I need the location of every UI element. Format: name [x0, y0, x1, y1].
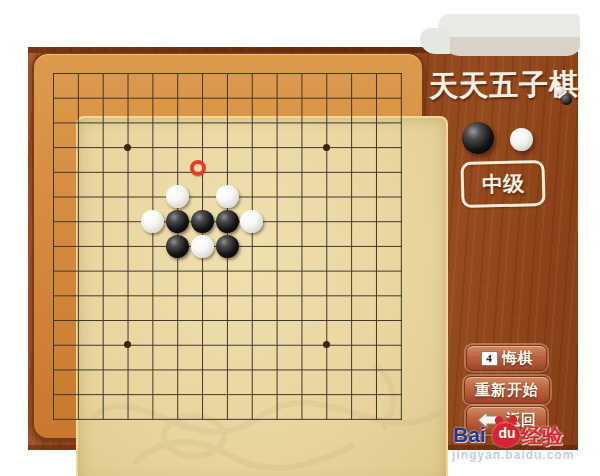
black-stone: [191, 210, 214, 233]
app-window: 天天五子棋 中级 4 悔棋 重新开始 返回 Bai du 经验 jingyan.…: [0, 0, 600, 476]
level-button[interactable]: 中级: [460, 160, 545, 208]
star-point: [323, 144, 330, 151]
black-turn-stone-icon: [462, 122, 494, 154]
white-turn-stone-icon: [510, 128, 533, 151]
highlight-ring: [190, 160, 206, 176]
star-point: [124, 144, 131, 151]
black-stone: [166, 210, 189, 233]
white-stone: [141, 210, 164, 233]
back-label: 返回: [506, 411, 536, 430]
restart-label: 重新开始: [475, 381, 539, 400]
white-stone: [166, 185, 189, 208]
star-point: [323, 341, 330, 348]
back-arrow-icon: [477, 411, 501, 429]
watermark-url: jingyan.baidu.com: [452, 448, 574, 462]
back-button[interactable]: 返回: [466, 406, 547, 434]
undo-count: 4: [481, 351, 498, 366]
star-point: [124, 341, 131, 348]
undo-button[interactable]: 4 悔棋: [466, 345, 547, 371]
restart-button[interactable]: 重新开始: [464, 376, 550, 404]
undo-label: 悔棋: [503, 349, 533, 368]
black-stone: [166, 235, 189, 258]
white-stone: [240, 210, 263, 233]
pieces-layer: [53, 73, 402, 420]
title-deco-black-stone-icon: [561, 94, 572, 105]
black-stone: [216, 235, 239, 258]
black-stone: [216, 210, 239, 233]
erased-logo-blob: [438, 14, 580, 56]
level-label: 中级: [482, 169, 525, 198]
white-stone: [191, 235, 214, 258]
title-deco-white-stone-icon: [555, 86, 564, 95]
white-stone: [216, 185, 239, 208]
